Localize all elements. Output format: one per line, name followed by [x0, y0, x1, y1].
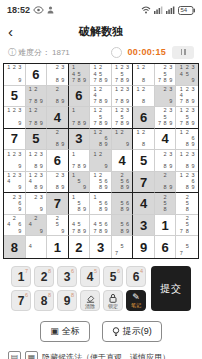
cell-r1c4[interactable]: 145789	[69, 64, 91, 86]
cell-value: 6	[162, 240, 169, 255]
digit-remaining-count: 4	[140, 268, 143, 274]
cell-value: 2	[75, 240, 82, 255]
pencil-icon: ✎	[132, 293, 140, 302]
signal-icon-sim1	[154, 6, 163, 14]
candidate-grid: 12789	[26, 86, 47, 107]
cell-r8c7[interactable]: 3	[133, 215, 155, 237]
candidate-grid: 1239	[4, 150, 25, 171]
cell-r4c4[interactable]: 3	[69, 129, 91, 151]
numpad-digit-9[interactable]: 98	[57, 290, 77, 311]
candidate-digit: 9	[60, 99, 66, 105]
note-label: 笔记	[131, 303, 141, 308]
cell-r8c9[interactable]: 2578	[176, 215, 198, 237]
digit-label: 6	[133, 270, 140, 284]
candidate-digit: 9	[168, 120, 174, 126]
digit-remaining-count: 8	[48, 268, 51, 274]
digit-remaining-count: 6	[117, 268, 120, 274]
candidate-digit: 9	[39, 120, 45, 126]
candidate-grid: 289	[47, 129, 68, 150]
back-button[interactable]: ‹	[8, 24, 13, 39]
candidate-grid: 45789	[69, 215, 90, 236]
cell-r1c3[interactable]: 2389	[47, 64, 69, 86]
candidate-grid: 129	[112, 129, 133, 150]
candidate-grid: 1589	[69, 193, 90, 214]
candidate-digit	[146, 77, 152, 83]
cell-r7c4[interactable]: 1589	[69, 193, 91, 215]
cell-r6c5[interactable]: 125689	[90, 172, 112, 194]
cell-r7c2[interactable]: 239	[26, 193, 48, 215]
candidate-grid: 124789	[90, 86, 111, 107]
cell-r2c9[interactable]: 1234789	[176, 86, 198, 108]
digit-label: 4	[87, 270, 94, 284]
mode-note: 隐藏候选法（便于直观，谨慎应用）	[42, 352, 170, 359]
digit-remaining-count: 8	[71, 292, 74, 298]
candidate-grid: 128	[133, 129, 154, 150]
cell-r2c6[interactable]: 123789	[112, 86, 134, 108]
lock-icon	[108, 293, 118, 303]
candidate-digit	[125, 250, 131, 257]
candidate-grid: 1239	[4, 107, 25, 128]
candidate-digit: 9	[82, 207, 88, 213]
candidate-digit	[190, 250, 196, 257]
cell-r5c6[interactable]: 4	[112, 150, 134, 172]
candidate-digit	[39, 250, 45, 257]
candidate-grid: 12389	[26, 150, 47, 171]
lock-button[interactable]: 锁定	[103, 290, 123, 311]
candidate-digit: 9	[103, 142, 109, 148]
nav-bar: ‹ 破解数独	[0, 20, 202, 42]
candidate-grid: 1235789	[112, 64, 133, 85]
cell-r1c6[interactable]: 1235789	[112, 64, 134, 86]
candidate-digit: 9	[82, 185, 88, 191]
candidate-digit: 9	[168, 164, 174, 170]
layout-icon[interactable]: ▤	[8, 351, 21, 359]
cell-r8c4[interactable]: 45789	[69, 215, 91, 237]
numpad: 172836455664 768898 清除 锁定 ✎ 笔记 提交	[0, 259, 202, 311]
cell-r5c1[interactable]: 1239	[4, 150, 26, 172]
candidate-digit: 9	[60, 142, 66, 148]
candidate-digit: 9	[190, 142, 196, 148]
candidate-digit: 9	[39, 207, 45, 213]
candidate-digit: 9	[168, 99, 174, 105]
cell-r3c9[interactable]: 1235789	[176, 107, 198, 129]
candidate-grid: 4	[26, 236, 47, 258]
candidate-digit	[146, 142, 152, 148]
candidate-grid: 25689	[112, 172, 133, 193]
cell-r5c9[interactable]: 12389	[176, 150, 198, 172]
candidate-digit: 9	[17, 207, 23, 213]
candidate-grid: 128	[133, 86, 154, 107]
numpad-digit-6[interactable]: 64	[126, 266, 146, 287]
cell-r5c2[interactable]: 12389	[26, 150, 48, 172]
candidate-grid: 1789	[69, 150, 90, 171]
cell-r5c3[interactable]: 6	[47, 150, 69, 172]
mark-all-button[interactable]: ▣ 全标	[40, 321, 90, 342]
cell-r7c6[interactable]: 5689	[112, 193, 134, 215]
candidate-grid: 1789	[69, 107, 90, 128]
cell-r4c1[interactable]: 7	[4, 129, 26, 151]
digit-remaining-count: 7	[25, 268, 28, 274]
cell-r8c6[interactable]: 5689	[112, 215, 134, 237]
erase-label: 清除	[85, 304, 95, 309]
candidate-digit: 9	[125, 207, 131, 213]
cell-r3c6[interactable]: 1235789	[112, 107, 134, 129]
candidate-digit: 9	[125, 77, 131, 83]
cell-r2c4[interactable]: 6	[69, 86, 91, 108]
battery-icon: 54	[178, 6, 195, 15]
cell-r5c4[interactable]: 1789	[69, 150, 91, 172]
candidate-grid: 5689	[112, 193, 133, 214]
candidate-grid: 258	[176, 193, 198, 214]
cell-r7c9[interactable]: 258	[176, 193, 198, 215]
candidate-grid: 2469	[4, 215, 25, 236]
difficulty-value: 1871	[52, 48, 70, 57]
cell-value: 8	[11, 240, 18, 255]
cell-value: 4	[54, 110, 61, 125]
candidate-digit: 9	[17, 77, 23, 83]
candidate-grid: 259	[47, 215, 68, 236]
cell-value: 6	[75, 88, 82, 103]
candidate-grid: 12389	[176, 150, 198, 171]
candidate-grid: 249	[26, 215, 47, 236]
candidate-digit: 9	[125, 228, 131, 234]
cell-value: 3	[140, 218, 147, 233]
candidate-digit: 9	[168, 77, 174, 83]
candidate-digit: 9	[125, 120, 131, 126]
candidate-grid: 5689	[112, 215, 133, 236]
cell-r4c3[interactable]: 289	[47, 129, 69, 151]
cell-r2c2[interactable]: 12789	[26, 86, 48, 108]
candidate-grid: 125689	[90, 172, 111, 193]
lock-label: 锁定	[108, 304, 118, 309]
battery-percent: 54	[181, 7, 188, 13]
cell-r7c3[interactable]: 7	[47, 193, 69, 215]
candidate-digit: 9	[60, 228, 66, 234]
cell-value: 4	[118, 153, 125, 168]
cell-value: 3	[75, 131, 82, 146]
candidate-grid: 2389	[47, 172, 68, 193]
candidate-grid: 159	[69, 172, 90, 193]
numpad-digit-4[interactable]: 45	[80, 266, 100, 287]
candidate-digit	[190, 207, 196, 213]
numpad-row-2: 768898 清除 锁定 ✎ 笔记	[11, 290, 146, 311]
candidate-grid: 12689	[90, 129, 111, 150]
candidate-digit: 9	[39, 164, 45, 170]
cell-r6c8[interactable]: 289	[155, 172, 177, 194]
candidate-grid: 289	[47, 86, 68, 107]
cell-r3c4[interactable]: 1789	[69, 107, 91, 129]
clock: 18:52	[7, 5, 30, 15]
candidate-grid: 123459	[176, 64, 198, 85]
cell-r6c4[interactable]: 159	[69, 172, 91, 194]
page-title: 破解数独	[0, 24, 202, 39]
candidate-grid: 123689	[176, 172, 198, 193]
cell-r9c7[interactable]: 9	[133, 236, 155, 258]
hint-label: 提示(9)	[123, 325, 152, 338]
candidate-digit: 9	[60, 77, 66, 83]
cell-r4c7[interactable]: 128	[133, 129, 155, 151]
candidate-digit: 9	[17, 228, 23, 234]
cell-r6c1[interactable]: 12349	[4, 172, 26, 194]
candidate-digit: 9	[125, 142, 131, 148]
cell-r5c7[interactable]: 5	[133, 150, 155, 172]
cell-r3c2[interactable]: 12789	[26, 107, 48, 129]
cell-value: 4	[140, 196, 147, 211]
digit-label: 8	[41, 294, 48, 308]
digit-remaining-count: 6	[25, 292, 28, 298]
candidate-digit: 9	[82, 164, 88, 170]
candidate-digit	[190, 228, 196, 234]
cell-value: 1	[54, 240, 61, 255]
cell-value: 7	[140, 175, 147, 190]
cell-r3c3[interactable]: 4	[47, 107, 69, 129]
candidate-digit: 9	[125, 185, 131, 191]
candidate-grid: 1235789	[112, 107, 133, 128]
candidate-grid: 15689	[90, 193, 111, 214]
restart-icon[interactable]	[111, 47, 122, 58]
numpad-digit-2[interactable]: 28	[34, 266, 54, 287]
cell-r9c9[interactable]: 57	[176, 236, 198, 258]
cell-r1c2[interactable]: 6	[26, 64, 48, 86]
cell-r9c1[interactable]: 8	[4, 236, 26, 258]
numpad-digit-1[interactable]: 17	[11, 266, 31, 287]
candidate-digit: 9	[17, 120, 23, 126]
cell-value: 6	[54, 153, 61, 168]
candidate-grid: 2389	[155, 150, 176, 171]
candidate-grid: 12689	[176, 129, 198, 150]
candidate-digit: 9	[190, 120, 196, 126]
hint-button[interactable]: 提示(9)	[102, 321, 162, 342]
cell-value: 9	[140, 240, 147, 255]
person-icon	[47, 6, 54, 14]
candidate-digit: 9	[103, 207, 109, 213]
digit-remaining-count: 5	[94, 268, 97, 274]
candidate-grid: 1239	[4, 64, 25, 85]
cell-r9c4[interactable]: 2	[69, 236, 91, 258]
candidate-grid: 123789	[112, 86, 133, 107]
candidate-digit: 9	[190, 77, 196, 83]
candidate-digit: 9	[103, 120, 109, 126]
digit-label: 1	[18, 270, 25, 284]
cell-r4c8[interactable]: 4	[155, 129, 177, 151]
numpad-row-1: 172836455664	[11, 266, 146, 287]
candidate-digit: 9	[125, 99, 131, 105]
cell-r3c1[interactable]: 1239	[4, 107, 26, 129]
numpad-digit-5[interactable]: 56	[103, 266, 123, 287]
candidate-digit: 9	[39, 185, 45, 191]
candidate-digit: 9	[17, 164, 23, 170]
candidate-grid: 2369	[4, 193, 25, 214]
candidate-grid: 129	[90, 150, 111, 171]
candidate-digit: 9	[103, 228, 109, 234]
candidate-grid: 57	[176, 236, 198, 258]
candidate-digit: 9	[190, 164, 196, 170]
eye-icon	[33, 6, 44, 14]
digit-remaining-count: 6	[71, 268, 74, 274]
numpad-digit-8[interactable]: 88	[34, 290, 54, 311]
cell-r7c5[interactable]: 15689	[90, 193, 112, 215]
cell-r1c5[interactable]: 1245789	[90, 64, 112, 86]
cell-r5c8[interactable]: 2389	[155, 150, 177, 172]
candidate-digit: 9	[103, 185, 109, 191]
cell-r9c8[interactable]: 6	[155, 236, 177, 258]
cell-r9c5[interactable]: 3	[90, 236, 112, 258]
cell-r7c1[interactable]: 2369	[4, 193, 26, 215]
cell-value: 5	[11, 88, 18, 103]
cell-r4c9[interactable]: 12689	[176, 129, 198, 151]
submit-button[interactable]: 提交	[151, 266, 191, 311]
cell-value: 7	[11, 131, 18, 146]
candidate-grid: 123489	[26, 172, 47, 193]
bulb-icon	[112, 327, 120, 337]
difficulty-label: 难度分：	[18, 47, 50, 58]
cell-r8c8[interactable]: 1	[155, 215, 177, 237]
cell-r8c3[interactable]: 259	[47, 215, 69, 237]
candidate-digit: 9	[39, 99, 45, 105]
wifi-icon	[141, 6, 151, 14]
cell-r5c5[interactable]: 129	[90, 150, 112, 172]
candidate-digit: 9	[82, 77, 88, 83]
cell-r6c3[interactable]: 2389	[47, 172, 69, 194]
cell-r7c7[interactable]: 4	[133, 193, 155, 215]
cell-r1c7[interactable]: 128	[133, 64, 155, 86]
digit-label: 9	[64, 294, 71, 308]
candidate-grid: 1235789	[176, 107, 198, 128]
candidate-digit: 9	[82, 228, 88, 234]
candidate-grid: 1245789	[90, 64, 111, 85]
candidate-grid: 239	[26, 193, 47, 214]
mark-all-icon: ▣	[50, 327, 59, 336]
cell-r6c2[interactable]: 123489	[26, 172, 48, 194]
note-button[interactable]: ✎ 笔记	[126, 290, 146, 311]
cell-r1c1[interactable]: 1239	[4, 64, 26, 86]
candidate-grid: 2389	[47, 64, 68, 85]
candidate-digit: 9	[103, 99, 109, 105]
info-row: ⓘ 难度分： 1871 00:00:15	[0, 42, 202, 62]
sudoku-board: 1239623891457891245789123578912823578912…	[3, 63, 199, 259]
numpad-digit-3[interactable]: 36	[57, 266, 77, 287]
candidate-grid: 235789	[155, 64, 176, 85]
digit-label: 3	[64, 270, 71, 284]
numpad-digit-7[interactable]: 76	[11, 290, 31, 311]
cell-value: 1	[162, 218, 169, 233]
cell-r8c1[interactable]: 2469	[4, 215, 26, 237]
cell-value: 6	[140, 110, 147, 125]
candidate-grid: 1234789	[176, 86, 198, 107]
candidate-digit: 9	[190, 185, 196, 191]
cell-value: 4	[162, 131, 169, 146]
cell-r8c2[interactable]: 249	[26, 215, 48, 237]
candidate-grid: 235789	[155, 107, 176, 128]
cell-r6c7[interactable]: 7	[133, 172, 155, 194]
candidate-digit: 9	[168, 185, 174, 191]
cell-r9c2[interactable]: 4	[26, 236, 48, 258]
cell-value: 6	[32, 67, 39, 82]
cell-r6c6[interactable]: 25689	[112, 172, 134, 194]
mark-all-label: 全标	[62, 325, 80, 338]
cell-r8c5[interactable]: 456789	[90, 215, 112, 237]
candidate-digit: 9	[82, 120, 88, 126]
candidate-grid: 2578	[176, 215, 198, 236]
cell-r6c9[interactable]: 123689	[176, 172, 198, 194]
cell-r2c7[interactable]: 128	[133, 86, 155, 108]
digit-label: 5	[110, 270, 117, 284]
cell-r9c6[interactable]: 57	[112, 236, 134, 258]
eraser-icon	[85, 293, 96, 303]
cell-r3c5[interactable]: 125789	[90, 107, 112, 129]
signal-icon-sim2	[166, 6, 175, 14]
candidate-digit: 9	[103, 77, 109, 83]
action-row: ▣ 全标 提示(9)	[0, 321, 202, 342]
status-bar: 18:52 54	[0, 0, 202, 20]
cell-r2c5[interactable]: 124789	[90, 86, 112, 108]
cell-r2c1[interactable]: 5	[4, 86, 26, 108]
cell-r3c7[interactable]: 6	[133, 107, 155, 129]
cell-r4c6[interactable]: 129	[112, 129, 134, 151]
cell-r4c5[interactable]: 12689	[90, 129, 112, 151]
candidate-digit: 9	[60, 185, 66, 191]
candidate-digit: 9	[103, 164, 109, 170]
candidate-grid: 12349	[4, 172, 25, 193]
cell-r3c8[interactable]: 235789	[155, 107, 177, 129]
candidate-grid: 456789	[90, 215, 111, 236]
cell-value: 3	[97, 240, 104, 255]
digit-label: 7	[18, 294, 25, 308]
candidate-grid: 128	[133, 64, 154, 85]
digit-remaining-count: 8	[48, 292, 51, 298]
cell-value: 5	[32, 131, 39, 146]
cell-value: 5	[140, 153, 147, 168]
candidate-grid: 258	[155, 193, 176, 214]
cell-r1c8[interactable]: 235789	[155, 64, 177, 86]
candidate-grid: 289	[155, 172, 176, 193]
candidate-digit: 9	[39, 228, 45, 234]
candidate-digit: 9	[17, 185, 23, 191]
grid-mode-icon[interactable]: ▦	[25, 351, 38, 359]
cell-r4c2[interactable]: 5	[26, 129, 48, 151]
candidate-grid: 57	[112, 236, 133, 258]
candidate-grid: 125789	[90, 107, 111, 128]
cell-r9c3[interactable]: 1	[47, 236, 69, 258]
candidate-digit: 9	[190, 99, 196, 105]
cell-r2c8[interactable]: 239	[155, 86, 177, 108]
digit-label: 2	[41, 270, 48, 284]
pause-button[interactable]	[172, 46, 194, 59]
cell-r2c3[interactable]: 289	[47, 86, 69, 108]
cell-r7c8[interactable]: 258	[155, 193, 177, 215]
cell-value: 7	[54, 196, 61, 211]
cell-r1c9[interactable]: 123459	[176, 64, 198, 86]
candidate-grid: 12789	[26, 107, 47, 128]
info-icon: ⓘ	[8, 47, 16, 58]
candidate-digit	[168, 207, 174, 213]
footer-bar: ▤ ▦ 隐藏候选法（便于直观，谨慎应用）	[0, 351, 202, 359]
candidate-grid: 145789	[69, 64, 90, 85]
erase-button[interactable]: 清除	[80, 290, 100, 311]
timer: 00:00:15	[128, 47, 166, 57]
candidate-digit	[146, 99, 152, 105]
candidate-grid: 239	[155, 86, 176, 107]
